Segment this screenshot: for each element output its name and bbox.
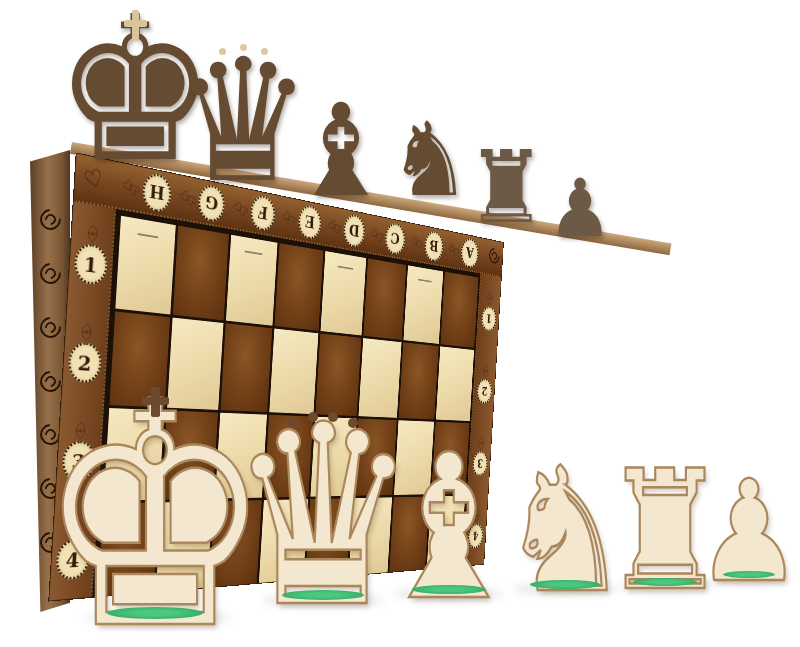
file-label-c: C (385, 221, 406, 255)
file-label-b: B (424, 229, 444, 262)
felt-base (723, 571, 775, 578)
rank-label-right-1: 1 (481, 306, 497, 333)
spiral-carving-icon (35, 205, 65, 235)
felt-base (107, 607, 203, 619)
rank-cell-right-1: ♡♡1 (477, 274, 501, 349)
square-c1 (363, 258, 406, 340)
square-a1 (441, 272, 479, 348)
white-pawn-piece: ♟ (696, 462, 800, 602)
square-a2 (436, 347, 474, 421)
heart-carving-icon: ♡♡ (86, 224, 99, 243)
rank-label-right-2: 2 (476, 378, 492, 404)
felt-base (633, 578, 697, 586)
felt-base (282, 590, 364, 600)
dark-pawn-piece: ♟ (548, 169, 613, 249)
heart-carving-icon: ♡♡ (371, 228, 383, 241)
square-f1 (226, 235, 278, 326)
felt-base (412, 585, 486, 594)
heart-carving-icon: ♡♡ (449, 244, 460, 256)
spiral-carving-icon (35, 258, 65, 288)
square-e1 (275, 243, 324, 331)
file-cell-b: ♡♡B (407, 223, 447, 266)
dark-rook-piece: ♜ (466, 138, 547, 238)
square-g1 (173, 226, 229, 321)
rank-cell-left-1: ♡♡1 (68, 201, 115, 305)
dark-bishop-piece: ♝ (289, 87, 392, 215)
square-h1 (115, 216, 175, 315)
rank-cell-right-2: ♡♡2 (472, 347, 496, 421)
heart-carving-icon: ♡♡ (486, 291, 493, 305)
heart-carving-icon: ♡♡ (482, 364, 489, 377)
dark-knight-piece: ♞ (389, 109, 471, 211)
rank-label-left-1: 1 (73, 242, 108, 286)
felt-base (530, 580, 600, 589)
square-d1 (320, 251, 366, 336)
square-b1 (403, 265, 443, 344)
heart-carving-icon: ♡♡ (411, 236, 423, 249)
chess-set-photo: ♡ ♡♡H♡♡G♡♡F♡♡E♡♡D♡♡C♡♡B♡♡A ♡♡1♡♡2♡♡3♡♡4 … (0, 0, 800, 647)
